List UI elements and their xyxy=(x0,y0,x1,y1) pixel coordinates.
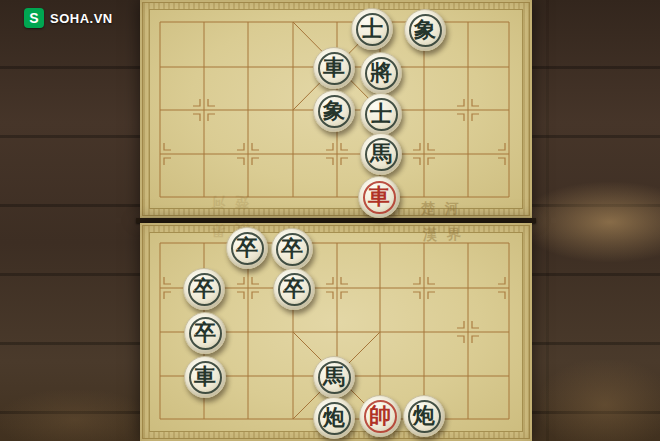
piece-black-soldier[interactable]: 卒 xyxy=(273,268,315,310)
piece-character: 炮 xyxy=(314,398,354,438)
piece-character: 卒 xyxy=(272,229,312,269)
piece-character: 卒 xyxy=(227,228,267,268)
piece-character: 象 xyxy=(405,10,445,50)
piece-character: 炮 xyxy=(404,396,444,436)
piece-black-elephant[interactable]: 象 xyxy=(313,90,355,132)
piece-black-horse[interactable]: 馬 xyxy=(360,133,402,175)
pieces-layer: 士 象 車 將 象 士 馬 車 卒 卒 xyxy=(0,0,660,441)
piece-black-soldier[interactable]: 卒 xyxy=(226,227,268,269)
piece-black-soldier[interactable]: 卒 xyxy=(184,312,226,354)
piece-character: 帥 xyxy=(360,396,400,436)
piece-black-soldier[interactable]: 卒 xyxy=(271,228,313,270)
piece-black-chariot[interactable]: 車 xyxy=(184,356,226,398)
piece-character: 象 xyxy=(314,91,354,131)
piece-black-advisor[interactable]: 士 xyxy=(351,8,393,50)
piece-character: 卒 xyxy=(184,269,224,309)
piece-character: 士 xyxy=(352,9,392,49)
piece-character: 馬 xyxy=(361,134,401,174)
piece-character: 卒 xyxy=(274,269,314,309)
piece-character: 將 xyxy=(361,53,401,93)
piece-black-chariot[interactable]: 車 xyxy=(313,47,355,89)
piece-red-chariot[interactable]: 車 xyxy=(358,176,400,218)
piece-black-cannon[interactable]: 炮 xyxy=(403,395,445,437)
piece-character: 車 xyxy=(359,177,399,217)
piece-black-soldier[interactable]: 卒 xyxy=(183,268,225,310)
piece-black-horse[interactable]: 馬 xyxy=(313,356,355,398)
piece-black-general[interactable]: 將 xyxy=(360,52,402,94)
piece-black-elephant[interactable]: 象 xyxy=(404,9,446,51)
soha-logo: S SOHA.VN xyxy=(24,8,113,28)
piece-black-advisor[interactable]: 士 xyxy=(360,93,402,135)
piece-character: 士 xyxy=(361,94,401,134)
soha-logo-text: SOHA.VN xyxy=(50,11,113,26)
piece-red-general[interactable]: 帥 xyxy=(359,395,401,437)
piece-character: 馬 xyxy=(314,357,354,397)
piece-character: 卒 xyxy=(185,313,225,353)
piece-character: 車 xyxy=(314,48,354,88)
piece-character: 車 xyxy=(185,357,225,397)
video-frame: S SOHA.VN 楚河楚河 漢界漢界 士 象 車 將 象 xyxy=(0,0,660,441)
soha-logo-icon: S xyxy=(24,8,44,28)
piece-black-cannon[interactable]: 炮 xyxy=(313,397,355,439)
